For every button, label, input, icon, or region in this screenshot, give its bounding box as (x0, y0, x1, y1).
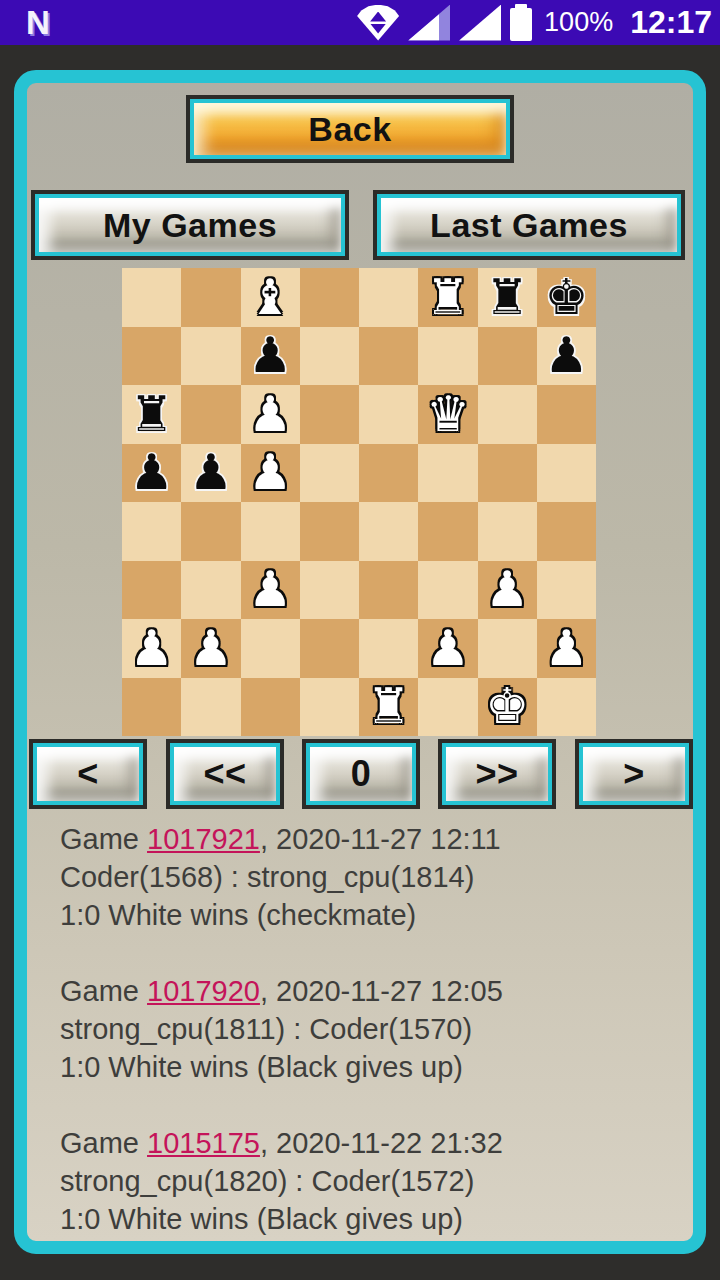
white-pawn-piece: ♟ (130, 624, 174, 673)
white-pawn-piece: ♟ (248, 390, 292, 439)
square-a8 (122, 268, 181, 327)
square-a1 (122, 678, 181, 737)
white-rook-piece: ♜ (426, 273, 470, 322)
nav-next-move-button[interactable]: > (575, 739, 693, 809)
game-result-line: 1:0 White wins (Black gives up) (60, 1048, 660, 1086)
square-h7: ♟ (537, 327, 596, 386)
square-g6 (478, 385, 537, 444)
move-navigation-row: <<<0>>> (0, 739, 720, 809)
my-games-button[interactable]: My Games (31, 190, 349, 260)
square-c6: ♟ (241, 385, 300, 444)
battery-percent: 100% (544, 7, 613, 38)
square-e1: ♜ (359, 678, 418, 737)
white-king-piece: ♚ (485, 682, 529, 731)
square-d4 (300, 502, 359, 561)
game-id-line: Game 1015175, 2020-11-22 21:32 (60, 1124, 660, 1162)
game-result-line: 1:0 White wins (Black gives up) (60, 1200, 660, 1238)
clock-time: 12:17 (630, 4, 712, 41)
square-e5 (359, 444, 418, 503)
game-id-line: Game 1017920, 2020-11-27 12:05 (60, 972, 660, 1010)
black-pawn-piece: ♟ (544, 331, 588, 380)
square-g4 (478, 502, 537, 561)
square-a5: ♟ (122, 444, 181, 503)
game-players-line: strong_cpu(1820) : Coder(1572) (60, 1162, 660, 1200)
square-g2 (478, 619, 537, 678)
square-f4 (418, 502, 477, 561)
game-history-entry: Game 1015175, 2020-11-22 21:32 strong_cp… (60, 1124, 660, 1238)
white-pawn-piece: ♟ (485, 565, 529, 614)
black-rook-piece: ♜ (130, 390, 174, 439)
square-f6: ♛ (418, 385, 477, 444)
square-d3 (300, 561, 359, 620)
square-e3 (359, 561, 418, 620)
square-e6 (359, 385, 418, 444)
nav-prev-move-button[interactable]: < (29, 739, 147, 809)
nav-reset-button[interactable]: 0 (302, 739, 420, 809)
square-c3: ♟ (241, 561, 300, 620)
square-g1: ♚ (478, 678, 537, 737)
square-d1 (300, 678, 359, 737)
nav-start-button[interactable]: << (166, 739, 284, 809)
square-b3 (181, 561, 240, 620)
nav-start-button-label: << (203, 753, 246, 795)
nav-end-button[interactable]: >> (438, 739, 556, 809)
nav-reset-button-label: 0 (351, 753, 372, 795)
game-id-link[interactable]: 1015175 (147, 1127, 260, 1159)
square-e2 (359, 619, 418, 678)
white-pawn-piece: ♟ (189, 624, 233, 673)
square-a3 (122, 561, 181, 620)
game-players-line: Coder(1568) : strong_cpu(1814) (60, 858, 660, 896)
square-g8: ♜ (478, 268, 537, 327)
square-h5 (537, 444, 596, 503)
square-b6 (181, 385, 240, 444)
black-rook-piece: ♜ (485, 273, 529, 322)
nav-end-button-label: >> (475, 753, 518, 795)
white-queen-piece: ♛ (426, 390, 470, 439)
square-f5 (418, 444, 477, 503)
square-h3 (537, 561, 596, 620)
square-a4 (122, 502, 181, 561)
white-pawn-piece: ♟ (544, 624, 588, 673)
game-history-list: Game 1017921, 2020-11-27 12:11 Coder(156… (60, 820, 660, 1276)
game-history-entry: Game 1017921, 2020-11-27 12:11 Coder(156… (60, 820, 660, 934)
square-h4 (537, 502, 596, 561)
game-result-line: 1:0 White wins (checkmate) (60, 896, 660, 934)
square-f1 (418, 678, 477, 737)
black-king-piece: ♚ (544, 273, 588, 322)
game-id-link[interactable]: 1017921 (147, 823, 260, 855)
white-pawn-piece: ♟ (248, 565, 292, 614)
square-a7 (122, 327, 181, 386)
square-b8 (181, 268, 240, 327)
white-bishop-piece: ♝ (248, 273, 292, 322)
signal-sim2-icon (459, 5, 501, 41)
nav-next-move-button-label: > (623, 753, 645, 795)
square-e8 (359, 268, 418, 327)
square-c5: ♟ (241, 444, 300, 503)
square-f8: ♜ (418, 268, 477, 327)
wifi-vpn-icon (357, 5, 399, 41)
status-bar: N 100% 12:17 (0, 0, 720, 45)
game-players-line: strong_cpu(1811) : Coder(1570) (60, 1010, 660, 1048)
signal-sim1-icon (408, 5, 450, 41)
square-g7 (478, 327, 537, 386)
back-button-label: Back (308, 110, 391, 149)
square-c1 (241, 678, 300, 737)
last-games-button[interactable]: Last Games (373, 190, 685, 260)
square-h1 (537, 678, 596, 737)
square-a2: ♟ (122, 619, 181, 678)
back-button[interactable]: Back (186, 95, 514, 163)
nav-prev-move-button-label: < (77, 753, 99, 795)
square-d6 (300, 385, 359, 444)
square-h8: ♚ (537, 268, 596, 327)
white-pawn-piece: ♟ (248, 448, 292, 497)
last-games-button-label: Last Games (430, 206, 628, 245)
square-c7: ♟ (241, 327, 300, 386)
square-b7 (181, 327, 240, 386)
square-c8: ♝ (241, 268, 300, 327)
my-games-button-label: My Games (103, 206, 277, 245)
square-g3: ♟ (478, 561, 537, 620)
square-e7 (359, 327, 418, 386)
chess-board: ♝♜♜♚♟♟♜♟♛♟♟♟♟♟♟♟♟♟♜♚ (122, 268, 596, 736)
square-b4 (181, 502, 240, 561)
square-b5: ♟ (181, 444, 240, 503)
black-pawn-piece: ♟ (248, 331, 292, 380)
android-n-notification-icon: N (26, 4, 50, 42)
square-h2: ♟ (537, 619, 596, 678)
square-c4 (241, 502, 300, 561)
square-b2: ♟ (181, 619, 240, 678)
square-f7 (418, 327, 477, 386)
game-id-link[interactable]: 1017920 (147, 975, 260, 1007)
game-history-entry: Game 1017920, 2020-11-27 12:05 strong_cp… (60, 972, 660, 1086)
square-d2 (300, 619, 359, 678)
square-f2: ♟ (418, 619, 477, 678)
square-f3 (418, 561, 477, 620)
square-d8 (300, 268, 359, 327)
square-c2 (241, 619, 300, 678)
white-rook-piece: ♜ (367, 682, 411, 731)
square-d7 (300, 327, 359, 386)
square-b1 (181, 678, 240, 737)
square-g5 (478, 444, 537, 503)
square-h6 (537, 385, 596, 444)
square-e4 (359, 502, 418, 561)
square-a6: ♜ (122, 385, 181, 444)
black-pawn-piece: ♟ (189, 448, 233, 497)
white-pawn-piece: ♟ (426, 624, 470, 673)
square-d5 (300, 444, 359, 503)
game-id-line: Game 1017921, 2020-11-27 12:11 (60, 820, 660, 858)
battery-icon (510, 8, 532, 41)
black-pawn-piece: ♟ (130, 448, 174, 497)
